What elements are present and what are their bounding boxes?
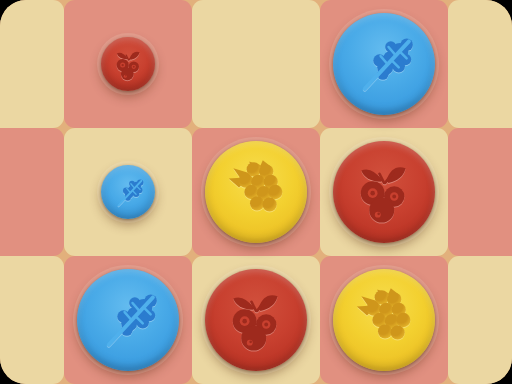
token-blue-leaf-large[interactable] — [77, 269, 179, 371]
token-red-berries-large[interactable] — [333, 141, 435, 243]
grapes-icon — [222, 158, 290, 226]
berries-icon — [111, 47, 146, 82]
game-board — [0, 0, 512, 384]
leaf-icon — [94, 286, 162, 354]
token-blue-leaf-small[interactable] — [101, 165, 155, 219]
berries-icon — [350, 158, 418, 226]
grapes-icon — [350, 286, 418, 354]
token-red-berries-small[interactable] — [101, 37, 155, 91]
token-yellow-grapes-large[interactable] — [205, 141, 307, 243]
token-red-berries-large[interactable] — [205, 269, 307, 371]
board-tokens — [0, 0, 512, 384]
berries-icon — [222, 286, 290, 354]
leaf-icon — [350, 30, 418, 98]
token-yellow-grapes-large[interactable] — [333, 269, 435, 371]
token-blue-leaf-large[interactable] — [333, 13, 435, 115]
leaf-icon — [111, 175, 146, 210]
